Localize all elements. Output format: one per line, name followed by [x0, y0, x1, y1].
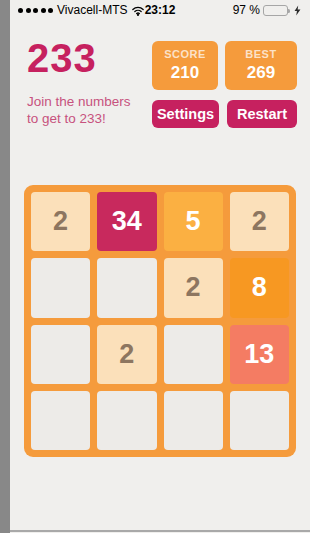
tile-2: 2: [230, 192, 289, 251]
carrier-label: Vivacell-MTS: [57, 3, 127, 17]
battery-percent-label: 97 %: [233, 3, 260, 17]
game-title: 233: [27, 36, 97, 81]
best-label: BEST: [245, 48, 276, 60]
empty-cell: [164, 325, 223, 384]
tile-34: 34: [97, 192, 156, 251]
empty-cell: [164, 391, 223, 450]
app-screen: Vivacell-MTS 23:12 97 % 233 Join the num…: [10, 0, 310, 533]
tile-2: 2: [97, 325, 156, 384]
status-bar-left: Vivacell-MTS: [18, 0, 145, 20]
tile-5: 5: [164, 192, 223, 251]
subtitle-line-1: Join the numbers: [27, 93, 131, 110]
tile-2: 2: [31, 192, 90, 251]
signal-dot: [26, 8, 31, 13]
signal-strength-icon: [18, 8, 53, 13]
charging-bolt-icon: [294, 5, 301, 16]
scoreboard: SCORE 210 BEST 269: [152, 41, 297, 90]
empty-cell: [31, 258, 90, 317]
score-value: 210: [171, 63, 199, 83]
best-box: BEST 269: [225, 41, 297, 90]
signal-dot: [41, 8, 46, 13]
empty-cell: [97, 258, 156, 317]
empty-cell: [31, 325, 90, 384]
signal-dot: [48, 8, 53, 13]
empty-cell: [31, 391, 90, 450]
settings-button[interactable]: Settings: [152, 100, 219, 128]
status-bar: Vivacell-MTS 23:12 97 %: [10, 0, 310, 20]
game-subtitle: Join the numbers to get to 233!: [27, 93, 131, 127]
restart-button[interactable]: Restart: [227, 100, 297, 128]
status-bar-right: 97 %: [233, 0, 301, 20]
action-buttons: Settings Restart: [152, 100, 297, 128]
score-label: SCORE: [164, 48, 206, 60]
empty-cell: [97, 391, 156, 450]
best-value: 269: [247, 63, 275, 83]
score-box: SCORE 210: [152, 41, 218, 90]
wifi-icon: [131, 5, 145, 16]
battery-icon: [263, 5, 288, 16]
tile-13: 13: [230, 325, 289, 384]
tile-8: 8: [230, 258, 289, 317]
tile-2: 2: [164, 258, 223, 317]
subtitle-line-2: to get to 233!: [27, 110, 131, 127]
screen-bottom-divider: [10, 530, 310, 532]
battery-cap: [288, 9, 290, 13]
game-board[interactable]: 2345228213: [24, 185, 296, 457]
signal-dot: [18, 8, 23, 13]
signal-dot: [33, 8, 38, 13]
empty-cell: [230, 391, 289, 450]
clock: 23:12: [145, 0, 176, 20]
